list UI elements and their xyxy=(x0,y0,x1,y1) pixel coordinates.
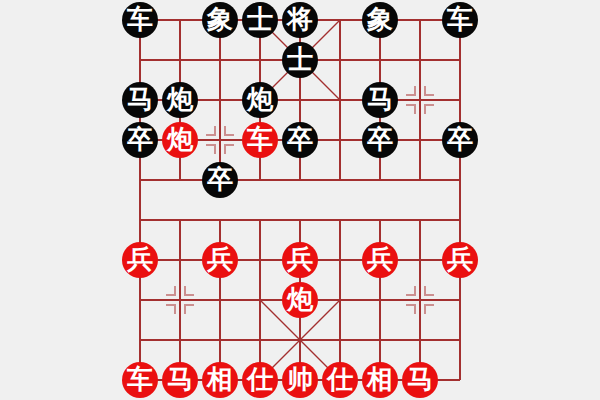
board-point-8-4[interactable] xyxy=(440,160,480,200)
board-point-6-0[interactable]: 象 xyxy=(360,0,400,40)
board-point-8-3[interactable]: 卒 xyxy=(440,120,480,160)
board-point-8-8[interactable] xyxy=(440,320,480,360)
black-horse[interactable]: 马 xyxy=(362,82,398,118)
xiangqi-board-grid: 车象士将象车士马炮炮马卒炮车卒卒卒卒兵兵兵兵兵炮车马相仕帅仕相马 xyxy=(120,0,480,400)
board-point-8-1[interactable] xyxy=(440,40,480,80)
board-point-8-0[interactable]: 车 xyxy=(440,0,480,40)
board-point-0-0[interactable]: 车 xyxy=(120,0,160,40)
board-point-5-0[interactable] xyxy=(320,0,360,40)
board-point-6-4[interactable] xyxy=(360,160,400,200)
red-soldier[interactable]: 兵 xyxy=(282,242,318,278)
board-point-6-5[interactable] xyxy=(360,200,400,240)
board-point-7-9[interactable]: 马 xyxy=(400,360,440,400)
black-chariot[interactable]: 车 xyxy=(442,2,478,38)
board-point-3-9[interactable]: 仕 xyxy=(240,360,280,400)
board-point-6-6[interactable]: 兵 xyxy=(360,240,400,280)
board-point-4-7[interactable]: 炮 xyxy=(280,280,320,320)
black-cannon[interactable]: 炮 xyxy=(242,82,278,118)
black-advisor[interactable]: 士 xyxy=(242,2,278,38)
board-point-4-6[interactable]: 兵 xyxy=(280,240,320,280)
board-point-5-2[interactable] xyxy=(320,80,360,120)
board-point-1-4[interactable] xyxy=(160,160,200,200)
board-point-2-0[interactable]: 象 xyxy=(200,0,240,40)
board-point-5-7[interactable] xyxy=(320,280,360,320)
board-point-6-7[interactable] xyxy=(360,280,400,320)
board-point-6-8[interactable] xyxy=(360,320,400,360)
black-horse[interactable]: 马 xyxy=(122,82,158,118)
black-chariot[interactable]: 车 xyxy=(122,2,158,38)
red-general[interactable]: 帅 xyxy=(282,362,318,398)
board-point-3-3[interactable]: 车 xyxy=(240,120,280,160)
board-point-8-9[interactable] xyxy=(440,360,480,400)
board-point-7-7[interactable] xyxy=(400,280,440,320)
board-point-3-0[interactable]: 士 xyxy=(240,0,280,40)
board-point-6-3[interactable]: 卒 xyxy=(360,120,400,160)
red-horse[interactable]: 马 xyxy=(402,362,438,398)
board-point-7-6[interactable] xyxy=(400,240,440,280)
board-point-4-3[interactable]: 卒 xyxy=(280,120,320,160)
black-soldier[interactable]: 卒 xyxy=(122,122,158,158)
board-point-7-1[interactable] xyxy=(400,40,440,80)
board-point-7-8[interactable] xyxy=(400,320,440,360)
board-point-1-0[interactable] xyxy=(160,0,200,40)
board-point-3-2[interactable]: 炮 xyxy=(240,80,280,120)
board-point-2-2[interactable] xyxy=(200,80,240,120)
board-point-8-7[interactable] xyxy=(440,280,480,320)
board-point-2-6[interactable]: 兵 xyxy=(200,240,240,280)
board-point-1-9[interactable]: 马 xyxy=(160,360,200,400)
board-point-0-1[interactable] xyxy=(120,40,160,80)
red-cannon[interactable]: 炮 xyxy=(282,282,318,318)
black-cannon[interactable]: 炮 xyxy=(162,82,198,118)
red-soldier[interactable]: 兵 xyxy=(362,242,398,278)
board-point-1-1[interactable] xyxy=(160,40,200,80)
board-point-2-9[interactable]: 相 xyxy=(200,360,240,400)
board-point-2-1[interactable] xyxy=(200,40,240,80)
board-point-0-6[interactable]: 兵 xyxy=(120,240,160,280)
board-point-5-5[interactable] xyxy=(320,200,360,240)
black-advisor[interactable]: 士 xyxy=(282,42,318,78)
black-soldier[interactable]: 卒 xyxy=(362,122,398,158)
board-point-3-8[interactable] xyxy=(240,320,280,360)
board-point-5-4[interactable] xyxy=(320,160,360,200)
black-elephant[interactable]: 象 xyxy=(362,2,398,38)
black-general[interactable]: 将 xyxy=(282,2,318,38)
board-point-2-3[interactable] xyxy=(200,120,240,160)
board-point-4-9[interactable]: 帅 xyxy=(280,360,320,400)
red-horse[interactable]: 马 xyxy=(162,362,198,398)
board-point-3-4[interactable] xyxy=(240,160,280,200)
board-point-5-3[interactable] xyxy=(320,120,360,160)
red-soldier[interactable]: 兵 xyxy=(122,242,158,278)
board-point-1-8[interactable] xyxy=(160,320,200,360)
board-point-7-4[interactable] xyxy=(400,160,440,200)
board-point-4-5[interactable] xyxy=(280,200,320,240)
red-chariot[interactable]: 车 xyxy=(242,122,278,158)
red-soldier[interactable]: 兵 xyxy=(202,242,238,278)
board-point-5-6[interactable] xyxy=(320,240,360,280)
board-point-0-8[interactable] xyxy=(120,320,160,360)
board-point-1-3[interactable]: 炮 xyxy=(160,120,200,160)
board-point-5-8[interactable] xyxy=(320,320,360,360)
board-point-7-0[interactable] xyxy=(400,0,440,40)
red-soldier[interactable]: 兵 xyxy=(442,242,478,278)
board-point-2-8[interactable] xyxy=(200,320,240,360)
red-chariot[interactable]: 车 xyxy=(122,362,158,398)
board-point-3-5[interactable] xyxy=(240,200,280,240)
black-soldier[interactable]: 卒 xyxy=(282,122,318,158)
board-point-4-8[interactable] xyxy=(280,320,320,360)
board-point-4-0[interactable]: 将 xyxy=(280,0,320,40)
board-point-6-1[interactable] xyxy=(360,40,400,80)
board-point-7-3[interactable] xyxy=(400,120,440,160)
black-soldier[interactable]: 卒 xyxy=(442,122,478,158)
board-point-1-6[interactable] xyxy=(160,240,200,280)
board-point-5-9[interactable]: 仕 xyxy=(320,360,360,400)
board-point-6-2[interactable]: 马 xyxy=(360,80,400,120)
board-point-8-2[interactable] xyxy=(440,80,480,120)
board-point-4-4[interactable] xyxy=(280,160,320,200)
red-elephant[interactable]: 相 xyxy=(202,362,238,398)
red-advisor[interactable]: 仕 xyxy=(242,362,278,398)
red-elephant[interactable]: 相 xyxy=(362,362,398,398)
board-point-1-5[interactable] xyxy=(160,200,200,240)
board-point-1-2[interactable]: 炮 xyxy=(160,80,200,120)
board-point-2-5[interactable] xyxy=(200,200,240,240)
board-point-7-2[interactable] xyxy=(400,80,440,120)
red-advisor[interactable]: 仕 xyxy=(322,362,358,398)
board-point-3-7[interactable] xyxy=(240,280,280,320)
board-point-7-5[interactable] xyxy=(400,200,440,240)
board-point-2-7[interactable] xyxy=(200,280,240,320)
red-cannon[interactable]: 炮 xyxy=(162,122,198,158)
board-point-3-1[interactable] xyxy=(240,40,280,80)
board-point-6-9[interactable]: 相 xyxy=(360,360,400,400)
board-point-4-1[interactable]: 士 xyxy=(280,40,320,80)
board-point-5-1[interactable] xyxy=(320,40,360,80)
xiangqi-app-screen: 车象士将象车士马炮炮马卒炮车卒卒卒卒兵兵兵兵兵炮车马相仕帅仕相马 xyxy=(0,0,600,400)
board-point-2-4[interactable]: 卒 xyxy=(200,160,240,200)
board-point-0-7[interactable] xyxy=(120,280,160,320)
board-point-0-9[interactable]: 车 xyxy=(120,360,160,400)
black-elephant[interactable]: 象 xyxy=(202,2,238,38)
board-point-0-4[interactable] xyxy=(120,160,160,200)
board-point-0-3[interactable]: 卒 xyxy=(120,120,160,160)
black-soldier[interactable]: 卒 xyxy=(202,162,238,198)
board-point-8-5[interactable] xyxy=(440,200,480,240)
board-point-3-6[interactable] xyxy=(240,240,280,280)
board-point-0-5[interactable] xyxy=(120,200,160,240)
board-point-0-2[interactable]: 马 xyxy=(120,80,160,120)
board-point-8-6[interactable]: 兵 xyxy=(440,240,480,280)
board-point-1-7[interactable] xyxy=(160,280,200,320)
board-point-4-2[interactable] xyxy=(280,80,320,120)
